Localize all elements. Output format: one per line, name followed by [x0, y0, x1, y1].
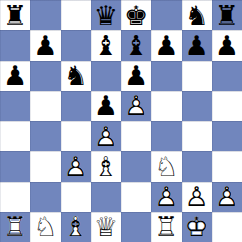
black-pawn-glyph: ♟: [91, 91, 121, 121]
black-bishop-glyph: ♝: [121, 30, 151, 60]
square-d1[interactable]: ♛♕: [91, 212, 121, 242]
black-knight[interactable]: ♞: [182, 0, 212, 30]
square-g5[interactable]: [182, 91, 212, 121]
square-f3[interactable]: ♞♘: [151, 151, 181, 181]
black-queen-glyph: ♛: [91, 0, 121, 30]
square-d4[interactable]: ♟♙: [91, 121, 121, 151]
white-pawn[interactable]: ♟♙: [91, 121, 121, 151]
square-a3[interactable]: [0, 151, 30, 181]
square-b8[interactable]: [30, 0, 60, 30]
black-pawn[interactable]: ♟: [182, 30, 212, 60]
square-h2[interactable]: ♟♙: [212, 182, 242, 212]
chess-board: ♜♛♚♞♜♟♝♝♟♟♟♟♞♟♟♟♙♟♙♟♙♝♗♞♘♟♙♟♙♟♙♜♖♞♘♝♗♛♕♜…: [0, 0, 242, 242]
square-a2[interactable]: [0, 182, 30, 212]
white-pawn-outline-glyph: ♙: [91, 121, 121, 151]
black-pawn-glyph: ♟: [30, 30, 60, 60]
black-pawn-glyph: ♟: [0, 61, 30, 91]
square-f5[interactable]: [151, 91, 181, 121]
square-f2[interactable]: ♟♙: [151, 182, 181, 212]
white-pawn[interactable]: ♟♙: [151, 182, 181, 212]
black-bishop[interactable]: ♝: [121, 30, 151, 60]
square-e3[interactable]: [121, 151, 151, 181]
square-f7[interactable]: ♟: [151, 30, 181, 60]
black-pawn[interactable]: ♟: [0, 61, 30, 91]
square-d6[interactable]: [91, 61, 121, 91]
black-rook-glyph: ♜: [212, 0, 242, 30]
black-pawn-glyph: ♟: [182, 30, 212, 60]
square-d8[interactable]: ♛: [91, 0, 121, 30]
white-pawn[interactable]: ♟♙: [61, 151, 91, 181]
black-pawn[interactable]: ♟: [151, 30, 181, 60]
square-b3[interactable]: [30, 151, 60, 181]
white-queen[interactable]: ♛♕: [91, 212, 121, 242]
square-c8[interactable]: [61, 0, 91, 30]
square-c4[interactable]: [61, 121, 91, 151]
black-rook[interactable]: ♜: [0, 0, 30, 30]
black-rook-glyph: ♜: [0, 0, 30, 30]
white-pawn[interactable]: ♟♙: [121, 91, 151, 121]
black-pawn[interactable]: ♟: [121, 61, 151, 91]
square-d2[interactable]: [91, 182, 121, 212]
square-c1[interactable]: ♝♗: [61, 212, 91, 242]
square-g2[interactable]: ♟♙: [182, 182, 212, 212]
square-b2[interactable]: [30, 182, 60, 212]
square-d7[interactable]: ♝: [91, 30, 121, 60]
black-queen[interactable]: ♛: [91, 0, 121, 30]
black-pawn-glyph: ♟: [212, 30, 242, 60]
white-pawn-outline-glyph: ♙: [182, 182, 212, 212]
white-rook-outline-glyph: ♖: [0, 212, 30, 242]
square-a7[interactable]: [0, 30, 30, 60]
black-pawn-glyph: ♟: [151, 30, 181, 60]
white-knight[interactable]: ♞♘: [151, 151, 181, 181]
black-rook[interactable]: ♜: [212, 0, 242, 30]
white-rook[interactable]: ♜♖: [0, 212, 30, 242]
square-h5[interactable]: [212, 91, 242, 121]
black-king[interactable]: ♚: [121, 0, 151, 30]
white-pawn-outline-glyph: ♙: [121, 91, 151, 121]
square-h3[interactable]: [212, 151, 242, 181]
square-e1[interactable]: [121, 212, 151, 242]
white-bishop[interactable]: ♝♗: [61, 212, 91, 242]
white-knight-outline-glyph: ♘: [151, 151, 181, 181]
white-pawn[interactable]: ♟♙: [182, 182, 212, 212]
square-a1[interactable]: ♜♖: [0, 212, 30, 242]
white-pawn-outline-glyph: ♙: [212, 182, 242, 212]
square-f4[interactable]: [151, 121, 181, 151]
square-e4[interactable]: [121, 121, 151, 151]
square-b4[interactable]: [30, 121, 60, 151]
black-pawn[interactable]: ♟: [91, 91, 121, 121]
square-a8[interactable]: ♜: [0, 0, 30, 30]
square-c7[interactable]: [61, 30, 91, 60]
square-b6[interactable]: [30, 61, 60, 91]
white-pawn-outline-glyph: ♙: [61, 151, 91, 181]
black-bishop-glyph: ♝: [91, 30, 121, 60]
square-b5[interactable]: [30, 91, 60, 121]
black-knight-glyph: ♞: [61, 61, 91, 91]
black-pawn[interactable]: ♟: [212, 30, 242, 60]
square-g7[interactable]: ♟: [182, 30, 212, 60]
square-c2[interactable]: [61, 182, 91, 212]
square-g8[interactable]: ♞: [182, 0, 212, 30]
white-rook-outline-glyph: ♖: [151, 212, 181, 242]
square-g3[interactable]: [182, 151, 212, 181]
black-pawn-glyph: ♟: [121, 61, 151, 91]
black-bishop[interactable]: ♝: [91, 30, 121, 60]
square-f8[interactable]: [151, 0, 181, 30]
square-h8[interactable]: ♜: [212, 0, 242, 30]
black-knight[interactable]: ♞: [61, 61, 91, 91]
square-g6[interactable]: [182, 61, 212, 91]
square-a6[interactable]: ♟: [0, 61, 30, 91]
white-bishop[interactable]: ♝♗: [91, 151, 121, 181]
square-a5[interactable]: [0, 91, 30, 121]
white-pawn-outline-glyph: ♙: [151, 182, 181, 212]
square-b1[interactable]: ♞♘: [30, 212, 60, 242]
square-h1[interactable]: [212, 212, 242, 242]
white-rook[interactable]: ♜♖: [151, 212, 181, 242]
white-knight-outline-glyph: ♘: [30, 212, 60, 242]
white-bishop-outline-glyph: ♗: [91, 151, 121, 181]
square-e7[interactable]: ♝: [121, 30, 151, 60]
square-f1[interactable]: ♜♖: [151, 212, 181, 242]
square-d5[interactable]: ♟: [91, 91, 121, 121]
square-g1[interactable]: ♚♔: [182, 212, 212, 242]
square-e8[interactable]: ♚: [121, 0, 151, 30]
square-h4[interactable]: [212, 121, 242, 151]
square-e2[interactable]: [121, 182, 151, 212]
square-c6[interactable]: ♞: [61, 61, 91, 91]
square-g4[interactable]: [182, 121, 212, 151]
white-pawn[interactable]: ♟♙: [212, 182, 242, 212]
white-queen-outline-glyph: ♕: [91, 212, 121, 242]
square-e6[interactable]: ♟: [121, 61, 151, 91]
white-knight[interactable]: ♞♘: [30, 212, 60, 242]
white-king[interactable]: ♚♔: [182, 212, 212, 242]
black-knight-glyph: ♞: [182, 0, 212, 30]
black-king-glyph: ♚: [121, 0, 151, 30]
black-pawn[interactable]: ♟: [30, 30, 60, 60]
white-king-outline-glyph: ♔: [182, 212, 212, 242]
square-d3[interactable]: ♝♗: [91, 151, 121, 181]
square-e5[interactable]: ♟♙: [121, 91, 151, 121]
square-c3[interactable]: ♟♙: [61, 151, 91, 181]
square-b7[interactable]: ♟: [30, 30, 60, 60]
square-h7[interactable]: ♟: [212, 30, 242, 60]
square-f6[interactable]: [151, 61, 181, 91]
square-a4[interactable]: [0, 121, 30, 151]
square-c5[interactable]: [61, 91, 91, 121]
white-bishop-outline-glyph: ♗: [61, 212, 91, 242]
square-h6[interactable]: [212, 61, 242, 91]
